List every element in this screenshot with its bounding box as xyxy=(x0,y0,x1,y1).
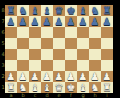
square-h5[interactable] xyxy=(89,38,101,49)
square-a7[interactable]: ♟ xyxy=(5,16,17,27)
square-b5[interactable] xyxy=(17,38,29,49)
rank-label-5: 5 xyxy=(1,41,5,46)
white-pawn-piece[interactable]: ♟ xyxy=(79,71,88,82)
black-knight-piece[interactable]: ♞ xyxy=(19,5,28,16)
square-d7[interactable]: ♟ xyxy=(41,16,53,27)
chess-app-window: ♜♞♝♝♛♚♝♞♜♟♟♟♟♟♟♟♟♟♟♟♟♟♟♟♟♟♟♜♞♝♝♛♚♝♞♜ 876… xyxy=(0,0,120,98)
file-label-g: g xyxy=(81,93,85,98)
black-pawn-piece[interactable]: ♟ xyxy=(55,16,64,27)
square-c3[interactable] xyxy=(29,60,41,71)
white-pawn-piece[interactable]: ♟ xyxy=(31,71,40,82)
square-b6[interactable] xyxy=(17,27,29,38)
white-rook-piece[interactable]: ♜ xyxy=(7,82,16,93)
square-g2[interactable]: ♟ xyxy=(77,71,89,82)
square-h8[interactable]: ♞ xyxy=(89,5,101,16)
square-f2[interactable]: ♟ xyxy=(65,71,77,82)
black-bishop-piece[interactable]: ♝ xyxy=(31,5,40,16)
white-bishop-piece[interactable]: ♝ xyxy=(43,82,52,93)
square-g5[interactable] xyxy=(77,38,89,49)
square-b3[interactable] xyxy=(17,60,29,71)
square-d6[interactable] xyxy=(41,27,53,38)
square-h2[interactable]: ♟ xyxy=(89,71,101,82)
white-queen-piece[interactable]: ♛ xyxy=(55,82,64,93)
square-a8[interactable]: ♜ xyxy=(5,5,17,16)
square-e4[interactable] xyxy=(53,49,65,60)
square-g6[interactable] xyxy=(77,27,89,38)
square-h7[interactable]: ♟ xyxy=(89,16,101,27)
square-f3[interactable] xyxy=(65,60,77,71)
square-a6[interactable] xyxy=(5,27,17,38)
square-g8[interactable]: ♝ xyxy=(77,5,89,16)
rank-label-7: 7 xyxy=(1,19,5,24)
square-i8[interactable]: ♜ xyxy=(101,5,113,16)
black-rook-piece[interactable]: ♜ xyxy=(7,5,16,16)
file-label-h: h xyxy=(93,93,97,98)
square-b2[interactable]: ♟ xyxy=(17,71,29,82)
square-i7[interactable]: ♟ xyxy=(101,16,113,27)
square-e7[interactable]: ♟ xyxy=(53,16,65,27)
black-bishop-piece[interactable]: ♝ xyxy=(43,5,52,16)
white-pawn-piece[interactable]: ♟ xyxy=(55,71,64,82)
rank-label-4: 4 xyxy=(1,52,5,57)
square-e8[interactable]: ♛ xyxy=(53,5,65,16)
rank-label-1: 1 xyxy=(1,85,5,90)
square-g3[interactable] xyxy=(77,60,89,71)
square-c7[interactable]: ♟ xyxy=(29,16,41,27)
black-pawn-piece[interactable]: ♟ xyxy=(7,16,16,27)
square-i5[interactable] xyxy=(101,38,113,49)
square-c6[interactable] xyxy=(29,27,41,38)
rank-label-8: 8 xyxy=(1,8,5,13)
square-h6[interactable] xyxy=(89,27,101,38)
square-b7[interactable]: ♟ xyxy=(17,16,29,27)
square-f7[interactable]: ♟ xyxy=(65,16,77,27)
black-king-piece[interactable]: ♚ xyxy=(67,5,76,16)
black-bishop-piece[interactable]: ♝ xyxy=(79,5,88,16)
black-pawn-piece[interactable]: ♟ xyxy=(43,16,52,27)
square-h3[interactable] xyxy=(89,60,101,71)
rank-label-3: 3 xyxy=(1,63,5,68)
black-pawn-piece[interactable]: ♟ xyxy=(31,16,40,27)
square-i3[interactable] xyxy=(101,60,113,71)
black-knight-piece[interactable]: ♞ xyxy=(91,5,100,16)
square-f6[interactable] xyxy=(65,27,77,38)
rank-label-6: 6 xyxy=(1,30,5,35)
square-b8[interactable]: ♞ xyxy=(17,5,29,16)
square-f5[interactable] xyxy=(65,38,77,49)
square-g4[interactable] xyxy=(77,49,89,60)
white-pawn-piece[interactable]: ♟ xyxy=(19,71,28,82)
square-c8[interactable]: ♝ xyxy=(29,5,41,16)
square-c5[interactable] xyxy=(29,38,41,49)
square-i4[interactable] xyxy=(101,49,113,60)
white-knight-piece[interactable]: ♞ xyxy=(91,82,100,93)
file-label-d: d xyxy=(45,93,49,98)
square-a4[interactable] xyxy=(5,49,17,60)
square-c4[interactable] xyxy=(29,49,41,60)
square-e6[interactable] xyxy=(53,27,65,38)
white-pawn-piece[interactable]: ♟ xyxy=(7,71,16,82)
file-label-e: e xyxy=(57,93,61,98)
square-d5[interactable] xyxy=(41,38,53,49)
square-e3[interactable] xyxy=(53,60,65,71)
square-f8[interactable]: ♚ xyxy=(65,5,77,16)
square-i6[interactable] xyxy=(101,27,113,38)
white-knight-piece[interactable]: ♞ xyxy=(19,82,28,93)
square-d8[interactable]: ♝ xyxy=(41,5,53,16)
file-label-b: b xyxy=(21,93,25,98)
white-rook-piece[interactable]: ♜ xyxy=(103,82,112,93)
square-b4[interactable] xyxy=(17,49,29,60)
square-e2[interactable]: ♟ xyxy=(53,71,65,82)
file-label-c: c xyxy=(33,93,37,98)
black-pawn-piece[interactable]: ♟ xyxy=(67,16,76,27)
square-d2[interactable]: ♟ xyxy=(41,71,53,82)
square-a2[interactable]: ♟ xyxy=(5,71,17,82)
file-label-i: i xyxy=(105,93,109,98)
square-d4[interactable] xyxy=(41,49,53,60)
black-pawn-piece[interactable]: ♟ xyxy=(103,16,112,27)
chess-board: ♜♞♝♝♛♚♝♞♜♟♟♟♟♟♟♟♟♟♟♟♟♟♟♟♟♟♟♜♞♝♝♛♚♝♞♜ xyxy=(5,5,113,93)
black-pawn-piece[interactable]: ♟ xyxy=(19,16,28,27)
square-f4[interactable] xyxy=(65,49,77,60)
square-e5[interactable] xyxy=(53,38,65,49)
square-a5[interactable] xyxy=(5,38,17,49)
white-bishop-piece[interactable]: ♝ xyxy=(79,82,88,93)
black-pawn-piece[interactable]: ♟ xyxy=(91,16,100,27)
square-h4[interactable] xyxy=(89,49,101,60)
white-pawn-piece[interactable]: ♟ xyxy=(67,71,76,82)
file-label-a: a xyxy=(9,93,13,98)
rank-label-2: 2 xyxy=(1,74,5,79)
black-rook-piece[interactable]: ♜ xyxy=(103,5,112,16)
file-label-f: f xyxy=(69,93,73,98)
white-pawn-piece[interactable]: ♟ xyxy=(43,71,52,82)
square-a3[interactable] xyxy=(5,60,17,71)
white-bishop-piece[interactable]: ♝ xyxy=(31,82,40,93)
white-pawn-piece[interactable]: ♟ xyxy=(103,71,112,82)
black-queen-piece[interactable]: ♛ xyxy=(55,5,64,16)
white-pawn-piece[interactable]: ♟ xyxy=(91,71,100,82)
square-g7[interactable]: ♟ xyxy=(77,16,89,27)
square-i2[interactable]: ♟ xyxy=(101,71,113,82)
white-king-piece[interactable]: ♚ xyxy=(67,82,76,93)
square-d3[interactable] xyxy=(41,60,53,71)
square-c2[interactable]: ♟ xyxy=(29,71,41,82)
black-pawn-piece[interactable]: ♟ xyxy=(79,16,88,27)
